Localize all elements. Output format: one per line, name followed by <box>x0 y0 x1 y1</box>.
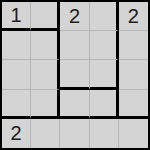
cell-r4c4[interactable] <box>119 119 148 148</box>
cell-r4c1[interactable] <box>31 119 60 148</box>
cell-r1c1[interactable] <box>31 31 60 60</box>
cell-r2c2[interactable] <box>60 60 89 89</box>
cell-r4c0-given-2[interactable]: 2 <box>2 119 31 148</box>
cell-r0c0-given-1[interactable]: 1 <box>2 2 31 31</box>
cell-r2c0[interactable] <box>2 60 31 89</box>
cell-r3c0[interactable] <box>2 90 31 119</box>
cell-r3c2[interactable] <box>60 90 89 119</box>
cell-r4c3[interactable] <box>90 119 119 148</box>
cell-r3c1[interactable] <box>31 90 60 119</box>
cell-r1c0[interactable] <box>2 31 31 60</box>
cell-r2c4[interactable] <box>119 60 148 89</box>
cell-r3c3[interactable] <box>90 90 119 119</box>
cell-r2c3[interactable] <box>90 60 119 89</box>
cell-r3c4[interactable] <box>119 90 148 119</box>
cell-r1c4[interactable] <box>119 31 148 60</box>
cell-r0c2-given-2[interactable]: 2 <box>60 2 89 31</box>
cell-r0c4-given-2[interactable]: 2 <box>119 2 148 31</box>
puzzle-board: 1222 <box>0 0 150 150</box>
cell-r4c2[interactable] <box>60 119 89 148</box>
cell-r1c2[interactable] <box>60 31 89 60</box>
cell-r2c1[interactable] <box>31 60 60 89</box>
cell-r0c1[interactable] <box>31 2 60 31</box>
cell-r0c3[interactable] <box>90 2 119 31</box>
cell-r1c3[interactable] <box>90 31 119 60</box>
